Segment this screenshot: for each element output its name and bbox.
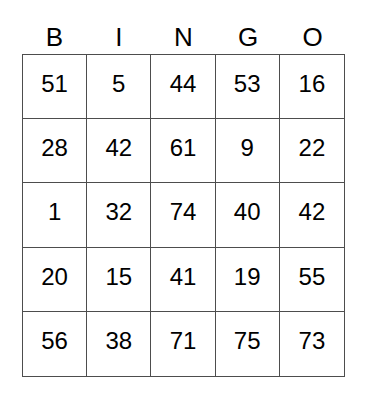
bingo-cell-r4c2[interactable]: 15: [87, 248, 151, 312]
bingo-cell-r2c4[interactable]: 9: [216, 119, 280, 183]
header-letter-N: N: [174, 24, 193, 54]
bingo-cell-r1c3[interactable]: 44: [151, 55, 215, 119]
bingo-cell-r3c3[interactable]: 74: [151, 183, 215, 247]
header-letter-B: B: [46, 24, 63, 54]
header-letter-I: I: [115, 24, 122, 54]
bingo-cell-r1c4[interactable]: 53: [216, 55, 280, 119]
header-letter-G: G: [238, 24, 258, 54]
bingo-cell-r5c3[interactable]: 71: [151, 312, 215, 376]
bingo-cell-r3c2[interactable]: 32: [87, 183, 151, 247]
bingo-cell-r1c5[interactable]: 16: [280, 55, 344, 119]
bingo-cell-r2c2[interactable]: 42: [87, 119, 151, 183]
bingo-cell-r5c4[interactable]: 75: [216, 312, 280, 376]
bingo-header: BINGO: [22, 15, 345, 54]
bingo-cell-r2c3[interactable]: 61: [151, 119, 215, 183]
bingo-cell-r1c2[interactable]: 5: [87, 55, 151, 119]
bingo-cell-r4c5[interactable]: 55: [280, 248, 344, 312]
bingo-cell-r3c5[interactable]: 42: [280, 183, 344, 247]
bingo-cell-r4c4[interactable]: 19: [216, 248, 280, 312]
bingo-cell-r2c1[interactable]: 28: [23, 119, 87, 183]
bingo-cell-r5c1[interactable]: 56: [23, 312, 87, 376]
bingo-cell-r4c3[interactable]: 41: [151, 248, 215, 312]
bingo-cell-r5c2[interactable]: 38: [87, 312, 151, 376]
bingo-cell-r3c4[interactable]: 40: [216, 183, 280, 247]
bingo-grid: 5154453162842619221327440422015411955563…: [22, 54, 345, 377]
bingo-cell-r4c1[interactable]: 20: [23, 248, 87, 312]
bingo-card: BINGO 5154453162842619221327440422015411…: [22, 15, 345, 377]
bingo-cell-r5c5[interactable]: 73: [280, 312, 344, 376]
bingo-cell-r1c1[interactable]: 51: [23, 55, 87, 119]
bingo-cell-r2c5[interactable]: 22: [280, 119, 344, 183]
header-letter-O: O: [303, 24, 323, 54]
bingo-cell-r3c1[interactable]: 1: [23, 183, 87, 247]
